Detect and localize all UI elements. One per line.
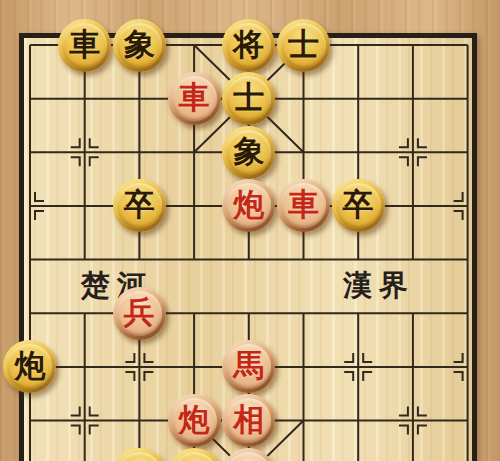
piece-black-elephant[interactable]: 象 [222, 126, 275, 179]
piece-black-advisor[interactable]: 士 [222, 72, 275, 125]
piece-character: 卒 [124, 189, 155, 220]
xiangqi-game-screen: 楚河 漢界 車象将士車士象卒炮車卒兵炮馬炮相 [0, 0, 500, 461]
piece-character: 相 [233, 404, 264, 435]
piece-face: 象 [226, 130, 271, 175]
piece-face [172, 452, 217, 461]
piece-red-chariot[interactable]: 車 [277, 179, 330, 232]
piece-character: 炮 [179, 404, 210, 435]
piece-face: 士 [226, 76, 271, 121]
piece-black-elephant[interactable]: 象 [113, 19, 166, 72]
piece-face: 将 [226, 23, 271, 68]
piece-face: 相 [226, 398, 271, 443]
piece-black-advisor[interactable]: 士 [277, 19, 330, 72]
piece-black-soldier[interactable]: 卒 [113, 179, 166, 232]
piece-face: 車 [281, 183, 326, 228]
piece-red-elephant[interactable]: 相 [222, 394, 275, 447]
piece-red-soldier[interactable]: 兵 [113, 287, 166, 340]
piece-face: 兵 [117, 291, 162, 336]
piece-character: 炮 [14, 350, 45, 381]
piece-character: 馬 [233, 350, 264, 381]
piece-face: 炮 [172, 398, 217, 443]
piece-red-chariot[interactable]: 車 [168, 72, 221, 125]
piece-character: 士 [233, 82, 264, 113]
piece-character: 車 [288, 189, 319, 220]
piece-character: 象 [124, 29, 155, 60]
piece-face: 士 [281, 23, 326, 68]
piece-face: 車 [62, 23, 107, 68]
piece-character: 象 [233, 136, 264, 167]
piece-character: 車 [179, 82, 210, 113]
piece-red-horse[interactable]: 馬 [222, 340, 275, 393]
piece-face: 象 [117, 23, 162, 68]
piece-black-general[interactable]: 将 [222, 19, 275, 72]
piece-face: 卒 [336, 183, 381, 228]
piece-character: 卒 [343, 189, 374, 220]
piece-face: 卒 [117, 183, 162, 228]
piece-face: 車 [172, 76, 217, 121]
piece-character: 士 [288, 29, 319, 60]
piece-face: 炮 [7, 344, 52, 389]
piece-black-piece-partial[interactable] [113, 448, 166, 461]
piece-face: 馬 [226, 344, 271, 389]
piece-black-cannon[interactable]: 炮 [3, 340, 56, 393]
piece-black-chariot[interactable]: 車 [58, 19, 111, 72]
piece-face: 炮 [226, 183, 271, 228]
piece-character: 車 [69, 29, 100, 60]
piece-red-cannon[interactable]: 炮 [222, 179, 275, 232]
piece-black-piece-partial[interactable] [168, 448, 221, 461]
board[interactable]: 車象将士車士象卒炮車卒兵炮馬炮相 [3, 18, 495, 461]
piece-character: 兵 [124, 297, 155, 328]
piece-face [226, 452, 271, 461]
piece-black-soldier[interactable]: 卒 [332, 179, 385, 232]
piece-character: 将 [233, 29, 264, 60]
piece-character: 炮 [233, 189, 264, 220]
piece-face [117, 452, 162, 461]
piece-red-cannon[interactable]: 炮 [168, 394, 221, 447]
piece-red-piece-partial[interactable] [222, 448, 275, 461]
